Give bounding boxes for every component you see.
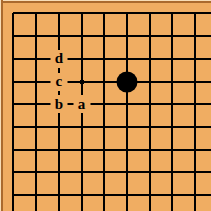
intersection (116, 2, 139, 25)
intersection (25, 206, 48, 211)
intersection (48, 2, 71, 25)
intersection (138, 93, 161, 116)
grid-line-vertical (12, 116, 14, 139)
intersection (184, 161, 207, 184)
intersection (206, 138, 211, 161)
black-stone-point (116, 70, 139, 93)
intersection (161, 206, 184, 211)
intersection (206, 206, 211, 211)
intersection (25, 48, 48, 71)
intersection (2, 161, 25, 184)
intersection (138, 48, 161, 71)
grid-line-vertical (194, 161, 196, 184)
grid-line-vertical (35, 93, 37, 116)
intersection (184, 25, 207, 48)
grid-line-horizontal (206, 35, 211, 37)
intersection (93, 25, 116, 48)
black-stone (116, 71, 137, 92)
intersection (48, 116, 71, 139)
point-label-d: d (50, 50, 67, 68)
intersection (206, 93, 211, 116)
grid-line-vertical (58, 206, 60, 211)
frame-shadow-left (1, 0, 3, 211)
go-diagram: dcba (0, 0, 211, 211)
grid-line-vertical (12, 70, 14, 93)
grid-line-vertical (194, 116, 196, 139)
intersection (161, 184, 184, 207)
grid-line-vertical (171, 206, 173, 211)
grid-line-horizontal (206, 194, 211, 196)
grid-line-horizontal (206, 171, 211, 173)
grid-line-vertical (12, 161, 14, 184)
grid-line-vertical (12, 25, 14, 48)
labeled-point-c: c (48, 70, 71, 93)
grid-line-horizontal (206, 103, 211, 105)
intersection (138, 2, 161, 25)
grid-line-vertical (35, 48, 37, 71)
grid-line-vertical (149, 161, 151, 184)
labeled-point-a: a (70, 93, 93, 116)
intersection (25, 70, 48, 93)
intersection (184, 184, 207, 207)
intersection (184, 2, 207, 25)
intersection (2, 138, 25, 161)
intersection (138, 161, 161, 184)
grid-line-vertical (58, 13, 60, 24)
grid-line-vertical (103, 138, 105, 161)
grid-line-vertical (12, 206, 14, 211)
grid-line-vertical (149, 138, 151, 161)
grid-line-vertical (81, 206, 83, 211)
grid-line-vertical (103, 116, 105, 139)
star-point-icon (80, 80, 84, 84)
grid-line-vertical (35, 138, 37, 161)
grid-line-vertical (126, 206, 128, 211)
intersection (2, 184, 25, 207)
intersection (184, 70, 207, 93)
grid-line-vertical (149, 184, 151, 207)
labeled-point-d: d (48, 48, 71, 71)
intersection (25, 138, 48, 161)
grid-line-vertical (194, 48, 196, 71)
grid-line-vertical (81, 13, 83, 24)
grid-line-vertical (81, 25, 83, 48)
intersection (48, 161, 71, 184)
intersection (93, 70, 116, 93)
intersection (93, 206, 116, 211)
intersection (116, 48, 139, 71)
intersection (184, 116, 207, 139)
intersection (161, 2, 184, 25)
grid-line-vertical (81, 161, 83, 184)
grid-line-vertical (171, 25, 173, 48)
intersection (206, 161, 211, 184)
grid-line-vertical (126, 161, 128, 184)
grid-line-horizontal (206, 149, 211, 151)
grid-line-horizontal (13, 103, 24, 105)
grid-line-vertical (171, 116, 173, 139)
grid-line-vertical (81, 138, 83, 161)
intersection (138, 206, 161, 211)
grid-line-vertical (103, 206, 105, 211)
intersection (206, 184, 211, 207)
grid-line-vertical (149, 48, 151, 71)
grid-line-horizontal (13, 81, 24, 83)
grid-line-vertical (58, 25, 60, 48)
intersection (2, 2, 25, 25)
grid-line-horizontal (206, 12, 211, 14)
grid-line-vertical (12, 93, 14, 116)
grid-line-vertical (58, 184, 60, 207)
intersection (93, 48, 116, 71)
grid-line-vertical (35, 70, 37, 93)
intersection (184, 48, 207, 71)
intersection (93, 2, 116, 25)
grid-line-vertical (194, 13, 196, 24)
intersection (206, 48, 211, 71)
intersection (116, 116, 139, 139)
intersection (93, 138, 116, 161)
grid-line-vertical (81, 48, 83, 71)
grid-line-vertical (194, 206, 196, 211)
grid-line-horizontal (13, 12, 24, 14)
intersection (161, 48, 184, 71)
grid-line-vertical (171, 70, 173, 93)
grid-line-vertical (35, 161, 37, 184)
grid-line-horizontal (206, 58, 211, 60)
intersection (184, 138, 207, 161)
grid-line-vertical (58, 116, 60, 139)
intersection (25, 184, 48, 207)
grid-line-vertical (171, 48, 173, 71)
grid-line-horizontal (13, 194, 24, 196)
intersection (138, 116, 161, 139)
grid-line-vertical (12, 48, 14, 71)
intersection (48, 138, 71, 161)
intersection (116, 161, 139, 184)
intersection (138, 184, 161, 207)
intersection (70, 161, 93, 184)
grid-line-vertical (35, 13, 37, 24)
intersection (2, 93, 25, 116)
go-board: dcba (2, 2, 211, 211)
grid-line-vertical (171, 138, 173, 161)
grid-line-vertical (126, 93, 128, 116)
intersection (184, 206, 207, 211)
grid-line-horizontal (13, 58, 24, 60)
grid-line-vertical (149, 116, 151, 139)
grid-line-vertical (35, 206, 37, 211)
grid-line-horizontal (13, 149, 24, 151)
intersection (48, 206, 71, 211)
grid-line-vertical (149, 93, 151, 116)
intersection (161, 161, 184, 184)
intersection (70, 2, 93, 25)
grid-line-vertical (171, 184, 173, 207)
star-point (70, 70, 93, 93)
grid-line-vertical (171, 161, 173, 184)
grid-line-horizontal (13, 35, 24, 37)
grid-line-horizontal (13, 126, 24, 128)
point-label-c: c (50, 73, 67, 91)
grid-line-vertical (81, 184, 83, 207)
grid-line-vertical (194, 138, 196, 161)
intersection (48, 184, 71, 207)
intersection (70, 116, 93, 139)
grid-line-vertical (103, 93, 105, 116)
intersection (93, 161, 116, 184)
intersection (2, 48, 25, 71)
grid-line-vertical (12, 184, 14, 207)
grid-line-vertical (126, 116, 128, 139)
intersection (25, 25, 48, 48)
intersection (206, 116, 211, 139)
intersection (25, 93, 48, 116)
grid-line-vertical (103, 70, 105, 93)
grid-line-vertical (149, 70, 151, 93)
intersection (116, 25, 139, 48)
grid-line-vertical (126, 25, 128, 48)
grid-line-vertical (12, 138, 14, 161)
intersection (70, 48, 93, 71)
intersection (116, 206, 139, 211)
grid-line-horizontal (206, 126, 211, 128)
intersection (116, 138, 139, 161)
intersection (206, 70, 211, 93)
grid-line-vertical (58, 138, 60, 161)
intersection (70, 206, 93, 211)
intersection (206, 2, 211, 25)
grid-line-vertical (103, 13, 105, 24)
intersection (2, 70, 25, 93)
intersection (2, 206, 25, 211)
intersection (25, 116, 48, 139)
intersection (161, 93, 184, 116)
grid-line-vertical (194, 25, 196, 48)
grid-line-vertical (194, 93, 196, 116)
grid-line-vertical (194, 70, 196, 93)
grid-line-vertical (81, 116, 83, 139)
intersection (70, 184, 93, 207)
labeled-point-b: b (48, 93, 71, 116)
grid-line-vertical (171, 13, 173, 24)
grid-line-vertical (35, 25, 37, 48)
intersection (138, 25, 161, 48)
intersection (161, 25, 184, 48)
grid-line-vertical (103, 184, 105, 207)
intersection (2, 116, 25, 139)
intersection (70, 25, 93, 48)
intersection (25, 161, 48, 184)
intersection (70, 138, 93, 161)
grid-line-vertical (126, 138, 128, 161)
intersection (48, 25, 71, 48)
grid-line-vertical (149, 206, 151, 211)
intersection (93, 93, 116, 116)
point-label-a: a (73, 95, 90, 113)
grid-line-vertical (58, 161, 60, 184)
intersection (25, 2, 48, 25)
frame-shadow-top (0, 1, 211, 3)
intersection (116, 93, 139, 116)
grid-line-vertical (126, 13, 128, 24)
intersection (93, 116, 116, 139)
intersection (161, 138, 184, 161)
grid-line-vertical (103, 48, 105, 71)
grid-line-horizontal (13, 171, 24, 173)
grid-line-vertical (149, 25, 151, 48)
grid-line-vertical (126, 48, 128, 71)
intersection (206, 25, 211, 48)
grid-line-vertical (149, 13, 151, 24)
intersection (93, 184, 116, 207)
grid-line-vertical (35, 184, 37, 207)
grid-line-horizontal (206, 81, 211, 83)
intersection (138, 138, 161, 161)
grid-line-vertical (194, 184, 196, 207)
grid-line-vertical (171, 93, 173, 116)
intersection (116, 184, 139, 207)
grid-line-vertical (35, 116, 37, 139)
intersection (161, 70, 184, 93)
intersection (138, 70, 161, 93)
point-label-b: b (50, 95, 67, 113)
intersection (184, 93, 207, 116)
grid-line-vertical (126, 184, 128, 207)
intersection (161, 116, 184, 139)
intersection (2, 25, 25, 48)
grid-line-vertical (12, 13, 14, 24)
grid-line-vertical (103, 25, 105, 48)
grid-line-vertical (103, 161, 105, 184)
